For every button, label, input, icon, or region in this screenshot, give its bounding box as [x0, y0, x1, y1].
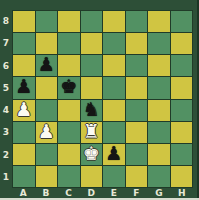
square-c4[interactable]	[58, 100, 80, 121]
square-b7[interactable]	[36, 33, 58, 54]
square-d7[interactable]	[81, 33, 103, 54]
square-e7[interactable]	[103, 33, 125, 54]
chess-diagram: 87654321 ♟♟♚♟♞♟♜♚♟ ABCDEFGH	[0, 0, 199, 200]
square-b8[interactable]	[36, 11, 58, 32]
square-b2[interactable]	[36, 144, 58, 165]
square-f2[interactable]	[126, 144, 148, 165]
file-label-a: A	[12, 187, 35, 198]
file-label-b: B	[35, 187, 58, 198]
square-h5[interactable]	[171, 77, 193, 98]
square-c3[interactable]	[58, 122, 80, 143]
rank-label-3: 3	[0, 121, 12, 143]
rank-label-4: 4	[0, 99, 12, 121]
rank-label-1: 1	[0, 166, 12, 188]
square-b5[interactable]	[36, 77, 58, 98]
square-h2[interactable]	[171, 144, 193, 165]
square-d4[interactable]: ♞	[81, 100, 103, 121]
file-label-f: F	[125, 187, 148, 198]
square-d6[interactable]	[81, 55, 103, 76]
piece-black-king: ♚	[60, 77, 77, 96]
square-g5[interactable]	[148, 77, 170, 98]
square-c5[interactable]: ♚	[58, 77, 80, 98]
square-c1[interactable]	[58, 166, 80, 187]
square-a5[interactable]: ♟	[13, 77, 35, 98]
square-g3[interactable]	[148, 122, 170, 143]
piece-black-pawn: ♟	[15, 77, 32, 96]
square-a1[interactable]	[13, 166, 35, 187]
square-h4[interactable]	[171, 100, 193, 121]
rank-label-5: 5	[0, 77, 12, 99]
square-e5[interactable]	[103, 77, 125, 98]
piece-white-king: ♚	[83, 144, 100, 163]
piece-white-pawn: ♟	[38, 122, 55, 141]
square-e6[interactable]	[103, 55, 125, 76]
square-b3[interactable]: ♟	[36, 122, 58, 143]
piece-white-pawn: ♟	[15, 100, 32, 119]
square-b6[interactable]: ♟	[36, 55, 58, 76]
square-e3[interactable]	[103, 122, 125, 143]
square-d3[interactable]: ♜	[81, 122, 103, 143]
rank-label-8: 8	[0, 10, 12, 32]
square-f5[interactable]	[126, 77, 148, 98]
square-a4[interactable]: ♟	[13, 100, 35, 121]
square-f3[interactable]	[126, 122, 148, 143]
file-label-c: C	[57, 187, 80, 198]
square-c8[interactable]	[58, 11, 80, 32]
square-e1[interactable]	[103, 166, 125, 187]
file-label-g: G	[148, 187, 171, 198]
square-a6[interactable]	[13, 55, 35, 76]
piece-black-knight: ♞	[83, 100, 100, 119]
square-d8[interactable]	[81, 11, 103, 32]
square-h8[interactable]	[171, 11, 193, 32]
square-g8[interactable]	[148, 11, 170, 32]
square-b4[interactable]	[36, 100, 58, 121]
right-edge-shade	[197, 0, 199, 200]
square-g6[interactable]	[148, 55, 170, 76]
square-d5[interactable]	[81, 77, 103, 98]
square-g4[interactable]	[148, 100, 170, 121]
square-a2[interactable]	[13, 144, 35, 165]
square-g1[interactable]	[148, 166, 170, 187]
file-label-e: E	[103, 187, 126, 198]
square-h7[interactable]	[171, 33, 193, 54]
square-d2[interactable]: ♚	[81, 144, 103, 165]
square-e4[interactable]	[103, 100, 125, 121]
file-labels: ABCDEFGH	[12, 187, 193, 198]
square-e2[interactable]: ♟	[103, 144, 125, 165]
square-c7[interactable]	[58, 33, 80, 54]
rank-label-2: 2	[0, 144, 12, 166]
rank-labels: 87654321	[0, 10, 12, 188]
file-label-d: D	[80, 187, 103, 198]
square-f6[interactable]	[126, 55, 148, 76]
piece-white-rook: ♜	[83, 122, 100, 141]
square-f1[interactable]	[126, 166, 148, 187]
square-c2[interactable]	[58, 144, 80, 165]
square-h1[interactable]	[171, 166, 193, 187]
piece-black-pawn: ♟	[38, 55, 55, 74]
square-a3[interactable]	[13, 122, 35, 143]
square-g2[interactable]	[148, 144, 170, 165]
square-d1[interactable]	[81, 166, 103, 187]
square-h3[interactable]	[171, 122, 193, 143]
chess-board: ♟♟♚♟♞♟♜♚♟	[12, 10, 193, 188]
square-f4[interactable]	[126, 100, 148, 121]
rank-label-7: 7	[0, 32, 12, 54]
bottom-edge-line	[0, 198, 199, 200]
square-b1[interactable]	[36, 166, 58, 187]
square-f8[interactable]	[126, 11, 148, 32]
piece-black-pawn: ♟	[105, 144, 122, 163]
square-a7[interactable]	[13, 33, 35, 54]
rank-label-6: 6	[0, 55, 12, 77]
square-h6[interactable]	[171, 55, 193, 76]
square-g7[interactable]	[148, 33, 170, 54]
file-label-h: H	[170, 187, 193, 198]
square-e8[interactable]	[103, 11, 125, 32]
square-f7[interactable]	[126, 33, 148, 54]
square-c6[interactable]	[58, 55, 80, 76]
square-a8[interactable]	[13, 11, 35, 32]
